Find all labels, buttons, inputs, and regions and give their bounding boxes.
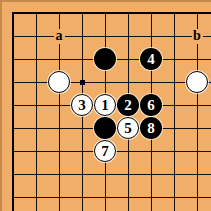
intersection-H18 xyxy=(163,25,186,48)
intersection-B11 xyxy=(25,186,48,209)
intersection-E13: 7 xyxy=(94,140,117,163)
intersection-B16 xyxy=(25,71,48,94)
intersection-J11 xyxy=(186,186,209,209)
intersection-B12 xyxy=(25,163,48,186)
intersection-E16 xyxy=(94,71,117,94)
white-stone-setup-J16 xyxy=(186,71,208,93)
go-board-diagram: ab43126587 xyxy=(0,0,211,211)
intersection-D11 xyxy=(71,186,94,209)
white-stone-move-7-E13: 7 xyxy=(94,140,116,162)
intersection-E15: 1 xyxy=(94,94,117,117)
intersection-F18 xyxy=(117,25,140,48)
intersection-G17: 4 xyxy=(140,48,163,71)
intersection-B18 xyxy=(25,25,48,48)
intersection-B17 xyxy=(25,48,48,71)
intersection-A13 xyxy=(2,140,25,163)
intersection-H11 xyxy=(163,186,186,209)
intersection-C12 xyxy=(48,163,71,186)
label-b: b xyxy=(192,29,203,44)
intersection-E18 xyxy=(94,25,117,48)
intersection-G12 xyxy=(140,163,163,186)
white-stone-move-5-F14: 5 xyxy=(117,117,139,139)
intersection-F12 xyxy=(117,163,140,186)
intersection-J14 xyxy=(186,117,209,140)
intersection-H16 xyxy=(163,71,186,94)
intersection-D13 xyxy=(71,140,94,163)
intersection-D12 xyxy=(71,163,94,186)
black-stone-move-4-G17: 4 xyxy=(140,48,162,70)
intersection-C17 xyxy=(48,48,71,71)
intersection-A14 xyxy=(2,117,25,140)
intersection-A16 xyxy=(2,71,25,94)
intersection-F13 xyxy=(117,140,140,163)
white-stone-move-3-D15: 3 xyxy=(71,94,93,116)
intersection-A18 xyxy=(2,25,25,48)
intersection-E19 xyxy=(94,2,117,25)
intersection-D17 xyxy=(71,48,94,71)
intersection-C14 xyxy=(48,117,71,140)
intersection-A12 xyxy=(2,163,25,186)
intersection-B14 xyxy=(25,117,48,140)
intersection-J15 xyxy=(186,94,209,117)
intersection-G14: 8 xyxy=(140,117,163,140)
intersection-F17 xyxy=(117,48,140,71)
intersection-C16 xyxy=(48,71,71,94)
intersection-B13 xyxy=(25,140,48,163)
intersection-A17 xyxy=(2,48,25,71)
intersection-E12 xyxy=(94,163,117,186)
intersection-G11 xyxy=(140,186,163,209)
intersection-J19 xyxy=(186,2,209,25)
black-stone-move-2-F15: 2 xyxy=(117,94,139,116)
intersection-H19 xyxy=(163,2,186,25)
intersection-J16 xyxy=(186,71,209,94)
intersection-F15: 2 xyxy=(117,94,140,117)
white-stone-setup-C16 xyxy=(48,71,70,93)
black-stone-move-8-G14: 8 xyxy=(140,117,162,139)
black-stone-move-6-G15: 6 xyxy=(140,94,162,116)
intersection-A11 xyxy=(2,186,25,209)
intersection-F14: 5 xyxy=(117,117,140,140)
intersection-D15: 3 xyxy=(71,94,94,117)
intersection-D16 xyxy=(71,71,94,94)
intersection-D19 xyxy=(71,2,94,25)
hoshi-point-marker xyxy=(80,80,85,85)
intersection-G16 xyxy=(140,71,163,94)
intersection-C18: a xyxy=(48,25,71,48)
intersection-A19 xyxy=(2,2,25,25)
intersection-D14 xyxy=(71,117,94,140)
intersection-J18: b xyxy=(186,25,209,48)
intersection-H12 xyxy=(163,163,186,186)
intersection-E11 xyxy=(94,186,117,209)
intersection-C11 xyxy=(48,186,71,209)
label-a: a xyxy=(54,29,65,44)
intersection-G15: 6 xyxy=(140,94,163,117)
board-grid: ab43126587 xyxy=(2,2,209,209)
intersection-H17 xyxy=(163,48,186,71)
intersection-C13 xyxy=(48,140,71,163)
intersection-E14 xyxy=(94,117,117,140)
intersection-H13 xyxy=(163,140,186,163)
intersection-E17 xyxy=(94,48,117,71)
intersection-D18 xyxy=(71,25,94,48)
intersection-A15 xyxy=(2,94,25,117)
intersection-F11 xyxy=(117,186,140,209)
intersection-H14 xyxy=(163,117,186,140)
intersection-F19 xyxy=(117,2,140,25)
intersection-F16 xyxy=(117,71,140,94)
intersection-J12 xyxy=(186,163,209,186)
intersection-B15 xyxy=(25,94,48,117)
intersection-J13 xyxy=(186,140,209,163)
intersection-G19 xyxy=(140,2,163,25)
intersection-B19 xyxy=(25,2,48,25)
intersection-G18 xyxy=(140,25,163,48)
black-stone-setup-E17 xyxy=(94,48,116,70)
intersection-J17 xyxy=(186,48,209,71)
intersection-C19 xyxy=(48,2,71,25)
white-stone-move-1-E15: 1 xyxy=(94,94,116,116)
intersection-H15 xyxy=(163,94,186,117)
black-stone-setup-E14 xyxy=(94,117,116,139)
intersection-C15 xyxy=(48,94,71,117)
intersection-G13 xyxy=(140,140,163,163)
